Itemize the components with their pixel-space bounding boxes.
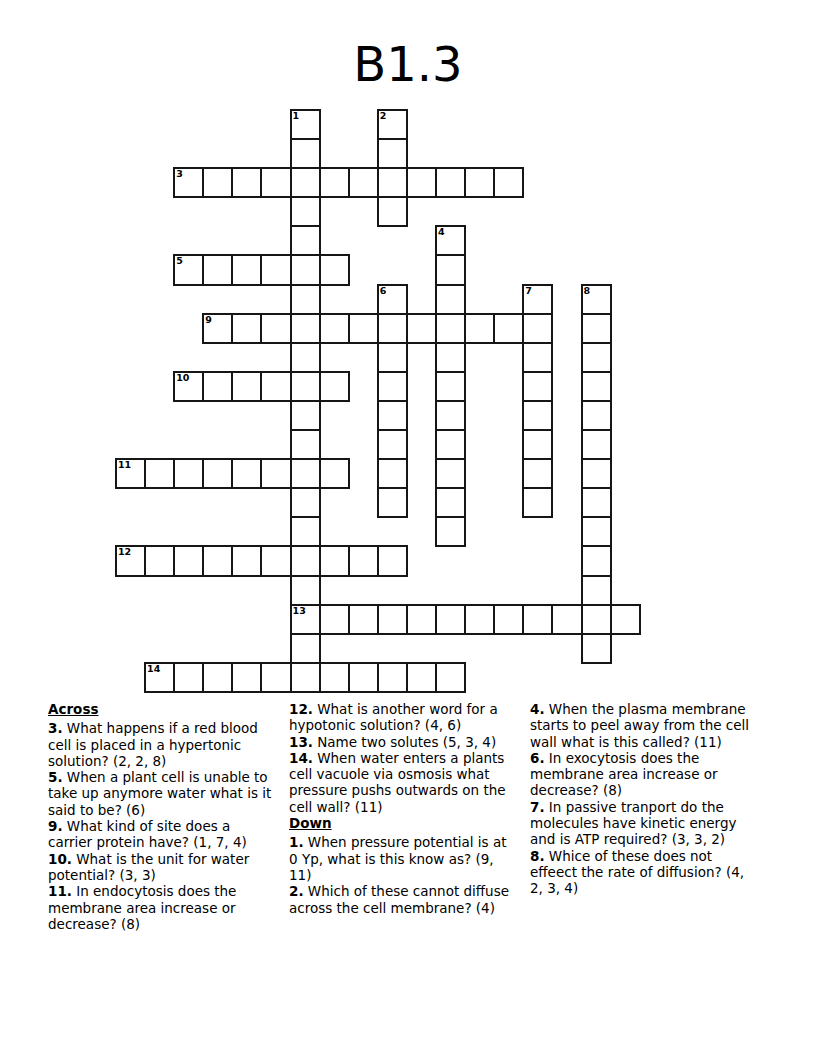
grid-cell-r17c10[interactable] — [407, 605, 436, 634]
grid-cell-r6c14[interactable]: 7 — [523, 285, 552, 314]
grid-cell-r9c14[interactable] — [523, 372, 552, 401]
cell-number-10: 10 — [176, 372, 189, 383]
cell-number-14: 14 — [147, 663, 160, 674]
grid-cell-r17c14[interactable] — [523, 605, 552, 634]
cell-number-3: 3 — [176, 168, 183, 179]
grid-cell-r7c6[interactable] — [291, 314, 320, 343]
grid-cell-r8c11[interactable] — [436, 343, 465, 372]
grid-cell-r17c11[interactable] — [436, 605, 465, 634]
grid-cell-r7c4[interactable] — [232, 314, 261, 343]
grid-cell-r6c6[interactable] — [291, 285, 320, 314]
grid-cell-r12c2[interactable] — [174, 459, 203, 488]
grid-cell-r9c11[interactable] — [436, 372, 465, 401]
grid-cell-r3c6[interactable] — [291, 197, 320, 226]
grid-cell-r7c14[interactable] — [523, 314, 552, 343]
clue-down-4: 4. When the plasma membrane starts to pe… — [530, 701, 758, 750]
clue-number-label: 9. — [48, 818, 63, 834]
grid-cell-r2c3[interactable] — [203, 168, 232, 197]
grid-cell-r7c13[interactable] — [494, 314, 523, 343]
clue-column-3: 4. When the plasma membrane starts to pe… — [530, 701, 758, 932]
grid-cell-r9c5[interactable] — [261, 372, 290, 401]
grid-cell-r14c16[interactable] — [582, 517, 611, 546]
cell-number-4: 4 — [438, 226, 445, 237]
grid-cell-r2c8[interactable] — [349, 168, 378, 197]
grid-cell-r6c9[interactable]: 6 — [378, 285, 407, 314]
clue-across-9: 9. What kind of site does a carrier prot… — [48, 818, 276, 851]
clue-across-10: 10. What is the unit for water potential… — [48, 851, 276, 884]
grid-cell-r10c9[interactable] — [378, 401, 407, 430]
clue-number-label: 12. — [289, 701, 313, 717]
clue-number-label: 11. — [48, 883, 72, 899]
clue-number-label: 10. — [48, 851, 72, 867]
grid-cell-r15c6[interactable] — [291, 546, 320, 575]
grid-cell-r0c6[interactable]: 1 — [291, 110, 320, 139]
grid-cell-r6c11[interactable] — [436, 285, 465, 314]
grid-cell-r12c3[interactable] — [203, 459, 232, 488]
grid-cell-r2c11[interactable] — [436, 168, 465, 197]
grid-cell-r11c9[interactable] — [378, 430, 407, 459]
grid-cell-r12c4[interactable] — [232, 459, 261, 488]
grid-cell-r8c9[interactable] — [378, 343, 407, 372]
grid-cell-r11c14[interactable] — [523, 430, 552, 459]
grid-cell-r11c6[interactable] — [291, 430, 320, 459]
clue-down-1: 1. When pressure potential is at 0 Yp, w… — [289, 834, 517, 883]
grid-cell-r7c12[interactable] — [465, 314, 494, 343]
grid-cell-r3c9[interactable] — [378, 197, 407, 226]
grid-cell-r2c10[interactable] — [407, 168, 436, 197]
grid-cell-r15c5[interactable] — [261, 546, 290, 575]
grid-cell-r19c9[interactable] — [378, 663, 407, 692]
grid-cell-r8c16[interactable] — [582, 343, 611, 372]
grid-cell-r8c14[interactable] — [523, 343, 552, 372]
grid-cell-r17c16[interactable] — [582, 605, 611, 634]
crossword-worksheet: B1.3 1234567891011121314 Across3. What h… — [0, 0, 816, 1056]
clue-down-7: 7. In passive tranport do the molecules … — [530, 799, 758, 848]
grid-cell-r14c6[interactable] — [291, 517, 320, 546]
grid-cell-r17c12[interactable] — [465, 605, 494, 634]
clue-header-across: Across — [48, 701, 276, 717]
clue-number-label: 13. — [289, 734, 313, 750]
grid-cell-r7c7[interactable] — [320, 314, 349, 343]
grid-cell-r19c8[interactable] — [349, 663, 378, 692]
grid-cell-r19c10[interactable] — [407, 663, 436, 692]
cell-number-12: 12 — [118, 546, 131, 557]
cell-number-1: 1 — [293, 110, 300, 121]
grid-cell-r19c2[interactable] — [174, 663, 203, 692]
clue-across-11: 11. In endocytosis does the membrane are… — [48, 883, 276, 932]
grid-cell-r1c9[interactable] — [378, 139, 407, 168]
grid-cell-r4c6[interactable] — [291, 226, 320, 255]
grid-cell-r7c5[interactable] — [261, 314, 290, 343]
grid-cell-r2c12[interactable] — [465, 168, 494, 197]
grid-cell-r11c16[interactable] — [582, 430, 611, 459]
grid-cell-r7c8[interactable] — [349, 314, 378, 343]
cell-number-13: 13 — [293, 605, 306, 616]
clue-across-3: 3. What happens if a red blood cell is p… — [48, 720, 276, 769]
grid-cell-r10c16[interactable] — [582, 401, 611, 430]
grid-cell-r9c2[interactable]: 10 — [174, 372, 203, 401]
grid-cell-r18c6[interactable] — [291, 634, 320, 663]
cell-number-5: 5 — [176, 255, 183, 266]
grid-cell-r9c7[interactable] — [320, 372, 349, 401]
grid-cell-r2c2[interactable]: 3 — [174, 168, 203, 197]
grid-cell-r16c6[interactable] — [291, 576, 320, 605]
grid-cell-r19c11[interactable] — [436, 663, 465, 692]
grid-cell-r13c16[interactable] — [582, 488, 611, 517]
grid-cell-r5c2[interactable]: 5 — [174, 255, 203, 284]
grid-cell-r13c11[interactable] — [436, 488, 465, 517]
clue-across-5: 5. When a plant cell is unable to take u… — [48, 769, 276, 818]
clue-number-label: 14. — [289, 750, 313, 766]
grid-cell-r17c6[interactable]: 13 — [291, 605, 320, 634]
grid-cell-r8c6[interactable] — [291, 343, 320, 372]
grid-cell-r2c9[interactable] — [378, 168, 407, 197]
grid-cell-r13c9[interactable] — [378, 488, 407, 517]
grid-cell-r5c11[interactable] — [436, 255, 465, 284]
clue-number-label: 7. — [530, 799, 545, 815]
cell-number-7: 7 — [525, 285, 532, 296]
grid-cell-r7c9[interactable] — [378, 314, 407, 343]
grid-cell-r17c7[interactable] — [320, 605, 349, 634]
clue-across-12: 12. What is another word for a hypotonic… — [289, 701, 517, 734]
grid-cell-r17c8[interactable] — [349, 605, 378, 634]
cell-number-8: 8 — [584, 285, 591, 296]
grid-cell-r12c6[interactable] — [291, 459, 320, 488]
grid-cell-r12c7[interactable] — [320, 459, 349, 488]
grid-cell-r2c4[interactable] — [232, 168, 261, 197]
grid-cell-r5c3[interactable] — [203, 255, 232, 284]
grid-cell-r7c16[interactable] — [582, 314, 611, 343]
grid-cell-r19c4[interactable] — [232, 663, 261, 692]
grid-cell-r12c1[interactable] — [145, 459, 174, 488]
grid-cell-r4c11[interactable]: 4 — [436, 226, 465, 255]
grid-cell-r12c5[interactable] — [261, 459, 290, 488]
grid-cell-r15c9[interactable] — [378, 546, 407, 575]
grid-cell-r9c16[interactable] — [582, 372, 611, 401]
clue-down-2: 2. Which of these cannot diffuse across … — [289, 883, 517, 916]
grid-cell-r13c6[interactable] — [291, 488, 320, 517]
grid-cell-r10c11[interactable] — [436, 401, 465, 430]
grid-cell-r13c14[interactable] — [523, 488, 552, 517]
grid-cell-r10c14[interactable] — [523, 401, 552, 430]
grid-cell-r17c17[interactable] — [611, 605, 640, 634]
grid-cell-r12c0[interactable]: 11 — [116, 459, 145, 488]
grid-cell-r19c7[interactable] — [320, 663, 349, 692]
grid-cell-r15c0[interactable]: 12 — [116, 546, 145, 575]
grid-cell-r12c14[interactable] — [523, 459, 552, 488]
grid-cell-r15c3[interactable] — [203, 546, 232, 575]
grid-cell-r11c11[interactable] — [436, 430, 465, 459]
cell-number-6: 6 — [380, 285, 387, 296]
grid-cell-r6c16[interactable]: 8 — [582, 285, 611, 314]
clue-down-8: 8. Whice of these does not effeect the r… — [530, 848, 758, 897]
grid-cell-r19c3[interactable] — [203, 663, 232, 692]
grid-cell-r15c1[interactable] — [145, 546, 174, 575]
grid-cell-r12c16[interactable] — [582, 459, 611, 488]
clue-across-14: 14. When water enters a plants cell vacu… — [289, 750, 517, 815]
grid-cell-r7c3[interactable]: 9 — [203, 314, 232, 343]
grid-cell-r5c5[interactable] — [261, 255, 290, 284]
grid-cell-r15c8[interactable] — [349, 546, 378, 575]
clue-number-label: 1. — [289, 834, 304, 850]
grid-cell-r0c9[interactable]: 2 — [378, 110, 407, 139]
grid-cell-r5c6[interactable] — [291, 255, 320, 284]
cell-number-2: 2 — [380, 110, 387, 121]
grid-cell-r17c9[interactable] — [378, 605, 407, 634]
grid-cell-r14c11[interactable] — [436, 517, 465, 546]
grid-cell-r19c6[interactable] — [291, 663, 320, 692]
clues-section: Across3. What happens if a red blood cel… — [48, 701, 758, 932]
clue-header-down: Down — [289, 815, 517, 831]
grid-cell-r1c6[interactable] — [291, 139, 320, 168]
grid-cell-r7c11[interactable] — [436, 314, 465, 343]
clue-column-1: Across3. What happens if a red blood cel… — [48, 701, 276, 932]
grid-cell-r15c16[interactable] — [582, 546, 611, 575]
grid-cell-r9c3[interactable] — [203, 372, 232, 401]
clue-number-label: 4. — [530, 701, 545, 717]
clue-number-label: 2. — [289, 883, 304, 899]
clue-number-label: 6. — [530, 750, 545, 766]
grid-cell-r10c6[interactable] — [291, 401, 320, 430]
grid-cell-r15c7[interactable] — [320, 546, 349, 575]
cell-number-11: 11 — [118, 459, 131, 470]
grid-cell-r12c11[interactable] — [436, 459, 465, 488]
puzzle-title: B1.3 — [0, 38, 816, 90]
grid-cell-r2c13[interactable] — [494, 168, 523, 197]
grid-cell-r17c13[interactable] — [494, 605, 523, 634]
grid-cell-r5c4[interactable] — [232, 255, 261, 284]
clue-number-label: 8. — [530, 848, 545, 864]
grid-cell-r2c5[interactable] — [261, 168, 290, 197]
grid-cell-r2c7[interactable] — [320, 168, 349, 197]
grid-cell-r19c5[interactable] — [261, 663, 290, 692]
grid-cell-r15c4[interactable] — [232, 546, 261, 575]
clue-column-2: 12. What is another word for a hypotonic… — [289, 701, 517, 932]
clue-number-label: 3. — [48, 720, 63, 736]
grid-cell-r17c15[interactable] — [552, 605, 581, 634]
clue-down-6: 6. In exocytosis does the membrane area … — [530, 750, 758, 799]
grid-cell-r9c4[interactable] — [232, 372, 261, 401]
grid-cell-r18c16[interactable] — [582, 634, 611, 663]
grid-cell-r2c6[interactable] — [291, 168, 320, 197]
grid-cell-r9c6[interactable] — [291, 372, 320, 401]
grid-cell-r16c16[interactable] — [582, 576, 611, 605]
grid-cell-r9c9[interactable] — [378, 372, 407, 401]
grid-cell-r19c1[interactable]: 14 — [145, 663, 174, 692]
clue-number-label: 5. — [48, 769, 63, 785]
grid-cell-r15c2[interactable] — [174, 546, 203, 575]
cell-number-9: 9 — [205, 314, 212, 325]
crossword-grid: 1234567891011121314 — [116, 110, 640, 692]
grid-cell-r7c10[interactable] — [407, 314, 436, 343]
grid-cell-r12c9[interactable] — [378, 459, 407, 488]
clue-across-13: 13. Name two solutes (5, 3, 4) — [289, 734, 517, 750]
grid-cell-r5c7[interactable] — [320, 255, 349, 284]
